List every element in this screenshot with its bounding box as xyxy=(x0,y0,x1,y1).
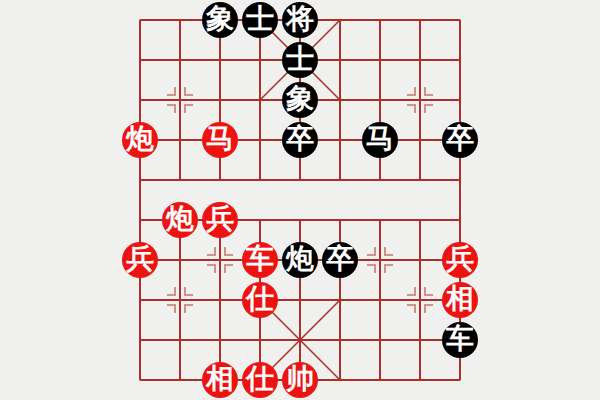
piece-red-soldier[interactable]: 兵 xyxy=(122,242,158,278)
piece-red-soldier[interactable]: 兵 xyxy=(202,202,238,238)
piece-red-cannon[interactable]: 炮 xyxy=(122,122,158,158)
piece-black-elephant[interactable]: 象 xyxy=(202,2,238,38)
piece-black-soldier[interactable]: 卒 xyxy=(322,242,358,278)
piece-black-advisor[interactable]: 士 xyxy=(282,42,318,78)
piece-black-elephant[interactable]: 象 xyxy=(282,82,318,118)
piece-black-advisor[interactable]: 士 xyxy=(242,2,278,38)
xiangqi-board: 象士将士象炮马卒马卒炮兵兵车炮卒兵仕相车相仕帅 xyxy=(0,0,600,400)
piece-black-horse[interactable]: 马 xyxy=(362,122,398,158)
piece-black-general[interactable]: 将 xyxy=(282,2,318,38)
piece-red-advisor[interactable]: 仕 xyxy=(242,362,278,398)
piece-black-cannon[interactable]: 炮 xyxy=(282,242,318,278)
piece-red-advisor[interactable]: 仕 xyxy=(242,282,278,318)
piece-red-elephant[interactable]: 相 xyxy=(202,362,238,398)
piece-red-chariot[interactable]: 车 xyxy=(242,242,278,278)
piece-black-soldier[interactable]: 卒 xyxy=(442,122,478,158)
piece-black-soldier[interactable]: 卒 xyxy=(282,122,318,158)
pieces-layer: 象士将士象炮马卒马卒炮兵兵车炮卒兵仕相车相仕帅 xyxy=(120,0,480,400)
piece-red-elephant[interactable]: 相 xyxy=(442,282,478,318)
piece-red-soldier[interactable]: 兵 xyxy=(442,242,478,278)
piece-red-horse[interactable]: 马 xyxy=(202,122,238,158)
piece-black-chariot[interactable]: 车 xyxy=(442,322,478,358)
piece-red-general[interactable]: 帅 xyxy=(282,362,318,398)
piece-red-cannon[interactable]: 炮 xyxy=(162,202,198,238)
